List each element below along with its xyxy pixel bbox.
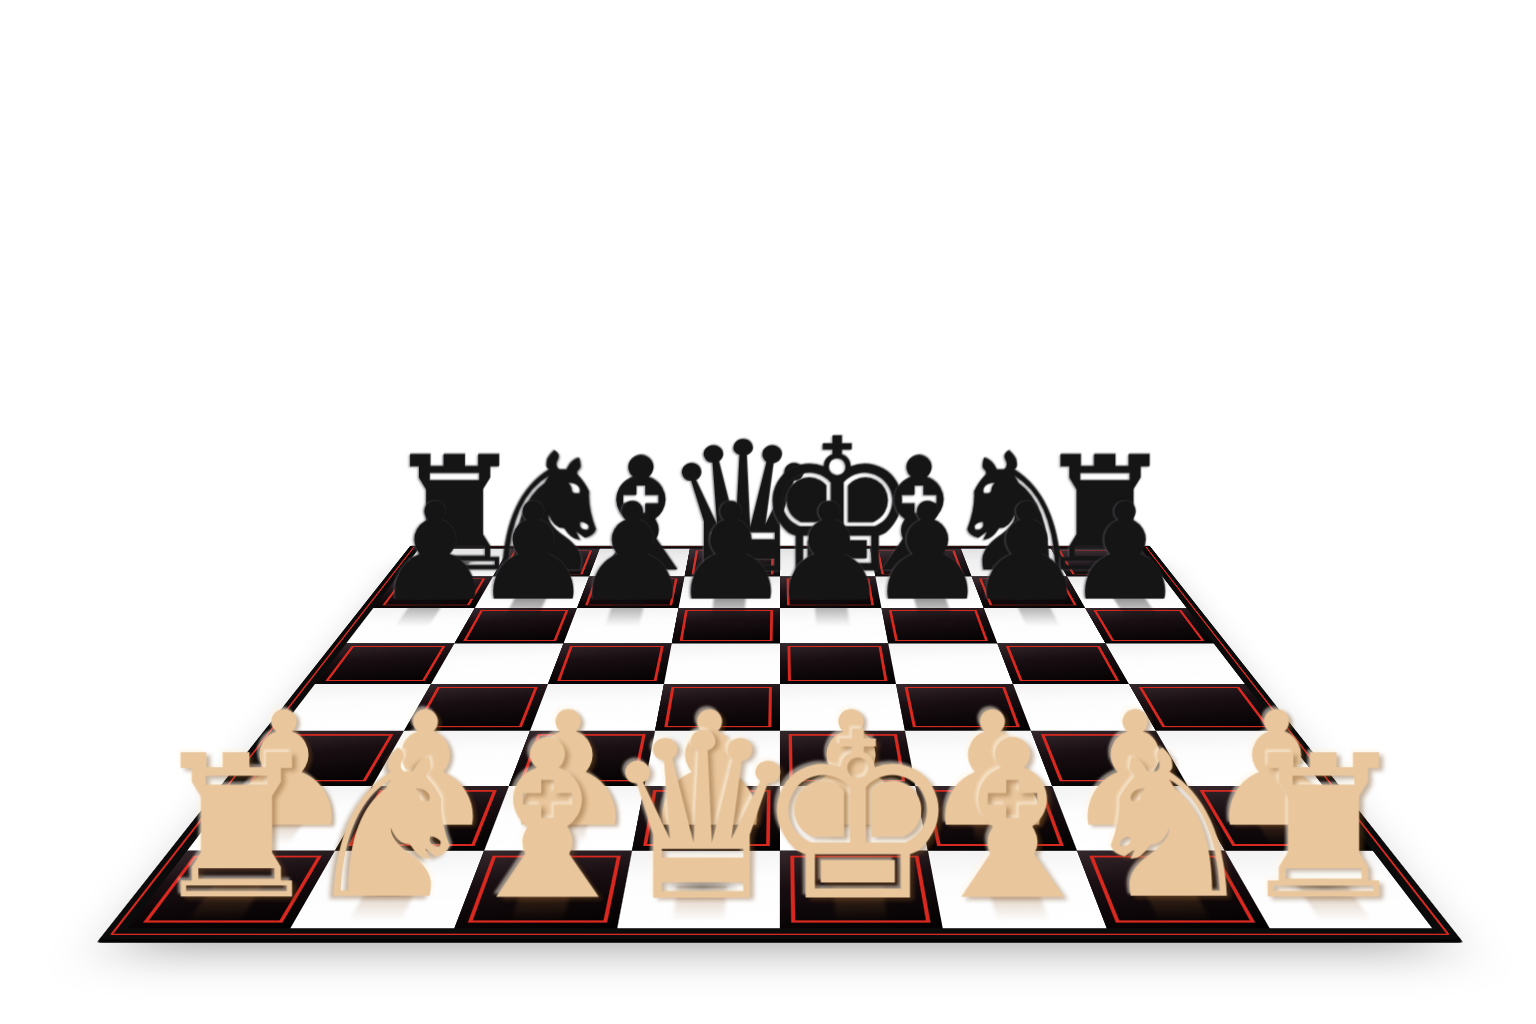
square-pinstripe <box>889 610 988 641</box>
square-f6[interactable] <box>882 608 997 644</box>
square-pinstripe <box>787 579 874 606</box>
square-c7[interactable] <box>577 577 685 608</box>
square-d8[interactable] <box>684 549 780 577</box>
square-pinstripe <box>877 551 964 575</box>
square-pinstripe <box>691 551 773 575</box>
square-d6[interactable] <box>672 608 780 644</box>
square-pinstripe <box>979 579 1077 606</box>
square-f8[interactable] <box>870 549 971 577</box>
square-pinstripe <box>1093 610 1204 641</box>
square-a6[interactable] <box>346 608 475 644</box>
square-pinstripe <box>501 551 592 575</box>
chessboard: ♜♞♝♛♚♝♞♜♟♟♟♟♟♟♟♟♟♟♟♟♟♟♟♟♜♞♝♛♚♝♞♜ <box>100 546 1461 939</box>
square-pinstripe <box>680 610 773 641</box>
square-e7[interactable] <box>780 577 882 608</box>
square-c6[interactable] <box>563 608 678 644</box>
square-h6[interactable] <box>1085 608 1214 644</box>
square-b6[interactable] <box>455 608 577 644</box>
square-pinstripe <box>464 610 569 641</box>
square-pinstripe <box>585 579 678 606</box>
photo-backdrop: ♜♞♝♛♚♝♞♜♟♟♟♟♟♟♟♟♟♟♟♟♟♟♟♟♜♞♝♛♚♝♞♜ <box>0 0 1536 1024</box>
square-e6[interactable] <box>780 608 888 644</box>
